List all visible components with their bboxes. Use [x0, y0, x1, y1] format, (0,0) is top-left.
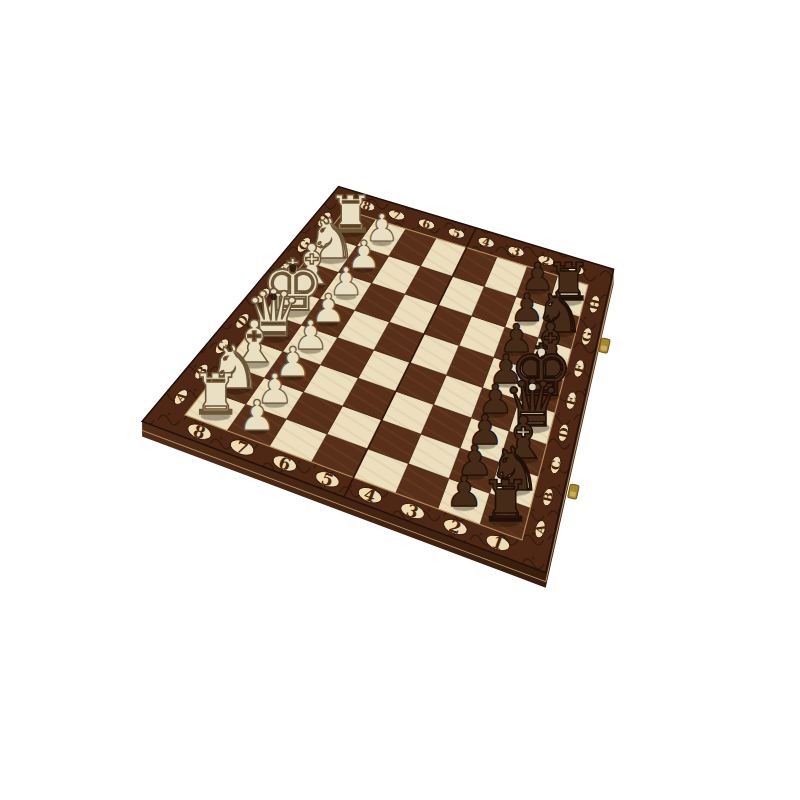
piece-glyph: ♟ [445, 467, 483, 516]
crown-accent [289, 264, 296, 271]
piece-glyph: ♜ [190, 361, 241, 427]
board-photo-svg: 1122334455667788AABBCCDDEEFFGGHH♜♟♞♟♝♟♟♜… [0, 0, 800, 800]
piece-dark-pawn-a2: ♟ [445, 467, 483, 516]
clasp-lower [567, 484, 579, 500]
piece-glyph: ♟ [238, 391, 276, 440]
crown-accent [529, 384, 536, 391]
chess-board: 1122334455667788AABBCCDDEEFFGGHH♜♟♞♟♝♟♟♜… [0, 0, 800, 800]
piece-glyph: ♜ [480, 468, 531, 534]
piece-white-rook-a8: ♜ [190, 361, 241, 427]
chess-set-photo: 1122334455667788AABBCCDDEEFFGGHH♜♟♞♟♝♟♟♜… [0, 0, 800, 800]
piece-white-pawn-a7: ♟ [238, 391, 276, 440]
piece-dark-rook-a1: ♜ [480, 468, 531, 534]
crown-accent [538, 349, 545, 356]
clasp-lower-body [567, 484, 579, 500]
crown-accent [270, 294, 277, 301]
